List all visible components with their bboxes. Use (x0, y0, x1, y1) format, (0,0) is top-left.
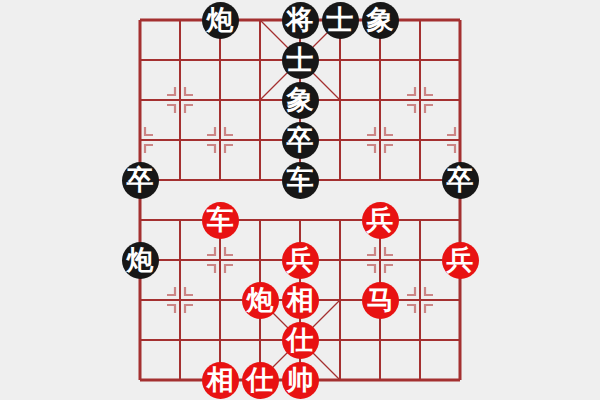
piece-red-chariot[interactable]: 车 (202, 202, 239, 239)
piece-black-cannon[interactable]: 炮 (202, 2, 239, 39)
pieces-layer: 炮将士象士象卒卒车卒车兵炮兵兵炮相马仕相仕帅 (120, 0, 480, 400)
piece-red-elephant[interactable]: 相 (282, 282, 319, 319)
piece-red-elephant[interactable]: 相 (202, 362, 239, 399)
xiangqi-diagram: 炮将士象士象卒卒车卒车兵炮兵兵炮相马仕相仕帅 (0, 0, 600, 400)
piece-black-chariot[interactable]: 车 (282, 162, 319, 199)
piece-black-soldier[interactable]: 卒 (122, 162, 159, 199)
piece-black-general[interactable]: 将 (282, 2, 319, 39)
piece-red-horse[interactable]: 马 (362, 282, 399, 319)
piece-black-elephant[interactable]: 象 (362, 2, 399, 39)
piece-black-cannon[interactable]: 炮 (122, 242, 159, 279)
piece-black-advisor[interactable]: 士 (282, 42, 319, 79)
piece-red-soldier[interactable]: 兵 (442, 242, 479, 279)
piece-black-advisor[interactable]: 士 (322, 2, 359, 39)
piece-black-soldier[interactable]: 卒 (282, 122, 319, 159)
piece-red-advisor[interactable]: 仕 (282, 322, 319, 359)
piece-red-soldier[interactable]: 兵 (282, 242, 319, 279)
piece-red-advisor[interactable]: 仕 (242, 362, 279, 399)
piece-red-cannon[interactable]: 炮 (242, 282, 279, 319)
piece-black-soldier[interactable]: 卒 (442, 162, 479, 199)
piece-black-elephant[interactable]: 象 (282, 82, 319, 119)
piece-red-general[interactable]: 帅 (282, 362, 319, 399)
piece-red-soldier[interactable]: 兵 (362, 202, 399, 239)
